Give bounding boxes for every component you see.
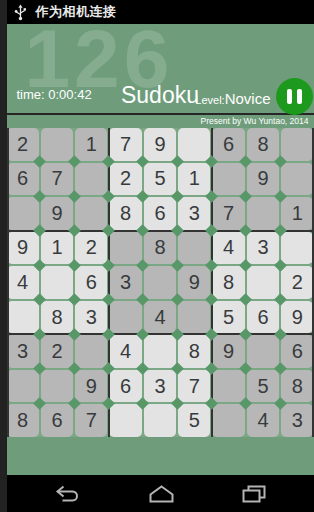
cell-r2c2[interactable]: 7 <box>41 163 73 196</box>
sudoku-board: 2179686725199863719128434639828345693248… <box>7 128 314 437</box>
cell-r5c2[interactable] <box>41 266 73 299</box>
cell-r7c1[interactable]: 3 <box>7 335 39 368</box>
cell-r5c3[interactable]: 6 <box>75 266 107 299</box>
cell-r4c8[interactable]: 3 <box>247 232 279 265</box>
cell-r5c1[interactable]: 4 <box>7 266 39 299</box>
cell-r9c2[interactable]: 6 <box>41 404 73 437</box>
cell-r5c5[interactable] <box>144 266 176 299</box>
cell-r1c1[interactable]: 2 <box>7 128 39 161</box>
cell-r6c9[interactable]: 9 <box>281 301 313 334</box>
cell-r3c3[interactable] <box>75 197 107 230</box>
cell-r2c4[interactable]: 2 <box>109 163 141 196</box>
cell-r4c2[interactable]: 1 <box>41 232 73 265</box>
pause-button[interactable] <box>276 78 313 115</box>
cell-r8c2[interactable] <box>41 370 73 403</box>
cell-r1c3[interactable]: 1 <box>75 128 107 161</box>
cell-r1c9[interactable] <box>281 128 313 161</box>
cell-r1c7[interactable]: 6 <box>212 128 244 161</box>
cell-r8c4[interactable]: 6 <box>109 370 141 403</box>
cell-r7c7[interactable]: 9 <box>212 335 244 368</box>
cell-r6c6[interactable] <box>178 301 210 334</box>
cell-r7c2[interactable]: 2 <box>41 335 73 368</box>
cell-r6c2[interactable]: 8 <box>41 301 73 334</box>
cell-r1c8[interactable]: 8 <box>247 128 279 161</box>
cell-r5c6[interactable]: 9 <box>178 266 210 299</box>
cell-r3c6[interactable]: 3 <box>178 197 210 230</box>
cell-r3c1[interactable] <box>7 197 39 230</box>
recents-button[interactable] <box>240 483 268 505</box>
cell-r3c5[interactable]: 6 <box>144 197 176 230</box>
cell-r2c8[interactable]: 9 <box>247 163 279 196</box>
cell-r8c6[interactable]: 7 <box>178 370 210 403</box>
cell-r5c7[interactable]: 8 <box>212 266 244 299</box>
home-button[interactable] <box>147 483 176 505</box>
cell-r6c8[interactable]: 6 <box>247 301 279 334</box>
cell-r9c5[interactable] <box>144 404 176 437</box>
cell-r6c1[interactable] <box>7 301 39 334</box>
level-label: Level: <box>195 94 224 106</box>
cell-r4c6[interactable] <box>178 232 210 265</box>
recents-icon <box>242 485 266 503</box>
home-icon <box>149 485 174 503</box>
cell-r5c4[interactable]: 3 <box>109 266 141 299</box>
cell-r3c8[interactable] <box>247 197 279 230</box>
cell-r4c9[interactable] <box>281 232 313 265</box>
cell-r6c7[interactable]: 5 <box>212 301 244 334</box>
cell-r3c4[interactable]: 8 <box>109 197 141 230</box>
cell-r3c7[interactable]: 7 <box>212 197 244 230</box>
cell-r7c5[interactable] <box>144 335 176 368</box>
header-separator-line <box>7 113 314 115</box>
cell-r7c6[interactable]: 8 <box>178 335 210 368</box>
cell-r8c7[interactable] <box>212 370 244 403</box>
cell-r5c8[interactable] <box>247 266 279 299</box>
cell-r7c4[interactable]: 4 <box>109 335 141 368</box>
cell-r4c1[interactable]: 9 <box>7 232 39 265</box>
cell-r9c9[interactable]: 3 <box>281 404 313 437</box>
bottom-green-strip <box>7 437 314 475</box>
cell-r6c5[interactable]: 4 <box>144 301 176 334</box>
cell-r1c4[interactable]: 7 <box>109 128 141 161</box>
credit-text: Present by Wu Yuntao, 2014 <box>201 116 309 126</box>
cell-r1c2[interactable] <box>41 128 73 161</box>
cell-r2c9[interactable] <box>281 163 313 196</box>
cell-r9c8[interactable]: 4 <box>247 404 279 437</box>
cell-r9c1[interactable]: 8 <box>7 404 39 437</box>
status-bar: 作为相机连接 <box>7 0 314 24</box>
cell-r7c8[interactable] <box>247 335 279 368</box>
cell-r7c9[interactable]: 6 <box>281 335 313 368</box>
level-indicator: Level:Novice <box>195 90 270 108</box>
back-icon <box>54 485 81 503</box>
cell-r8c8[interactable]: 5 <box>247 370 279 403</box>
back-button[interactable] <box>52 483 83 505</box>
cell-r2c5[interactable]: 5 <box>144 163 176 196</box>
cell-r9c4[interactable] <box>109 404 141 437</box>
board-container: 2179686725199863719128434639828345693248… <box>7 128 314 437</box>
status-notification-text: 作为相机连接 <box>36 3 117 21</box>
cell-r8c5[interactable]: 3 <box>144 370 176 403</box>
pause-icon <box>297 89 302 104</box>
cell-r4c3[interactable]: 2 <box>75 232 107 265</box>
cell-r5c9[interactable]: 2 <box>281 266 313 299</box>
cell-r8c1[interactable] <box>7 370 39 403</box>
cell-r6c3[interactable]: 3 <box>75 301 107 334</box>
cell-r3c2[interactable]: 9 <box>41 197 73 230</box>
cell-r2c3[interactable] <box>75 163 107 196</box>
cell-r7c3[interactable] <box>75 335 107 368</box>
usb-icon <box>14 4 27 21</box>
pause-icon <box>287 89 292 104</box>
cell-r1c6[interactable] <box>178 128 210 161</box>
cell-r9c3[interactable]: 7 <box>75 404 107 437</box>
cell-r2c1[interactable]: 6 <box>7 163 39 196</box>
phone-screen: 作为相机连接 126 time: 0:00:42 Sudoku Level:No… <box>7 0 314 512</box>
cell-r9c6[interactable]: 5 <box>178 404 210 437</box>
cell-r4c7[interactable]: 4 <box>212 232 244 265</box>
cell-r6c4[interactable] <box>109 301 141 334</box>
level-value: Novice <box>225 90 271 107</box>
game-header: 126 time: 0:00:42 Sudoku Level:Novice Pr… <box>7 24 314 128</box>
cell-r9c7[interactable] <box>212 404 244 437</box>
cell-r2c7[interactable] <box>212 163 244 196</box>
cell-r4c5[interactable]: 8 <box>144 232 176 265</box>
cell-r1c5[interactable]: 9 <box>144 128 176 161</box>
cell-r3c9[interactable]: 1 <box>281 197 313 230</box>
cell-r4c4[interactable] <box>109 232 141 265</box>
cell-r8c9[interactable]: 8 <box>281 370 313 403</box>
cell-r2c6[interactable]: 1 <box>178 163 210 196</box>
android-nav-bar <box>7 475 314 512</box>
cell-r8c3[interactable]: 9 <box>75 370 107 403</box>
